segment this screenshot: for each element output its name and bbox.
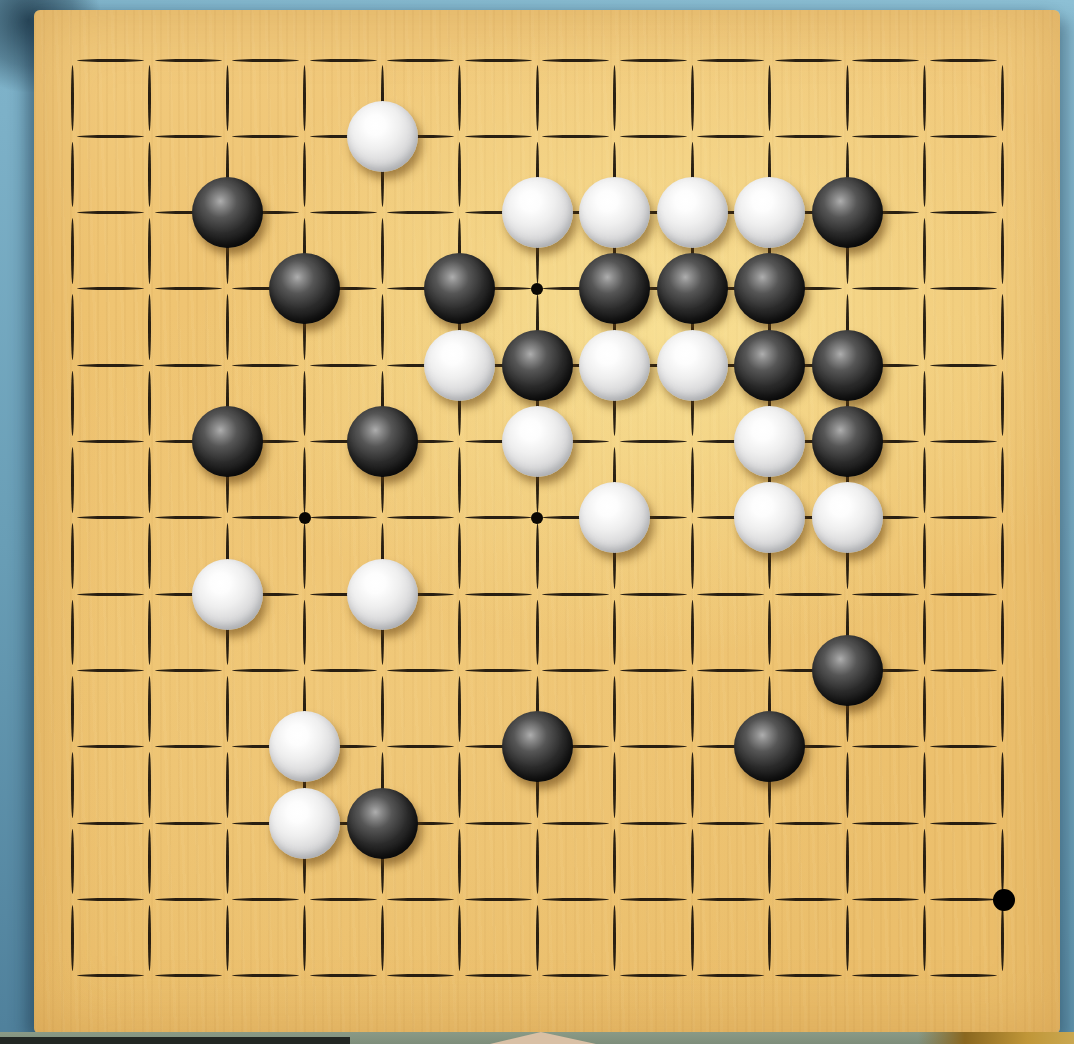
white-stone-glyph: ○ bbox=[734, 482, 805, 553]
grid-line-segment bbox=[381, 294, 384, 360]
grid-line-segment bbox=[768, 65, 771, 131]
grid-line-segment bbox=[310, 974, 377, 977]
grid-line-segment bbox=[148, 294, 151, 360]
grid-line-segment bbox=[232, 516, 299, 519]
grid-line-segment bbox=[381, 905, 384, 971]
grid-line-segment bbox=[542, 669, 609, 672]
black-stone-k10: ● bbox=[734, 253, 805, 324]
grid-line-segment bbox=[155, 135, 222, 138]
grid-line-segment bbox=[846, 65, 849, 131]
grid-line-segment bbox=[1001, 752, 1004, 818]
white-stone-glyph: ○ bbox=[734, 406, 805, 477]
white-stone-d4: ○ bbox=[269, 711, 340, 782]
white-stone-e6: ○ bbox=[347, 559, 418, 630]
grid-line-segment bbox=[310, 211, 377, 214]
black-stone-glyph: ● bbox=[812, 330, 883, 401]
grid-line-segment bbox=[387, 745, 454, 748]
grid-line-segment bbox=[148, 447, 151, 513]
white-stone-glyph: ○ bbox=[579, 330, 650, 401]
grid-line-segment bbox=[620, 669, 687, 672]
grid-line-segment bbox=[458, 905, 461, 971]
white-stone-glyph: ○ bbox=[579, 177, 650, 248]
grid-line-segment bbox=[310, 364, 377, 367]
grid-line-segment bbox=[923, 218, 926, 284]
grid-line-segment bbox=[697, 822, 764, 825]
black-stone-glyph: ● bbox=[347, 406, 418, 477]
grid-line-segment bbox=[77, 135, 144, 138]
white-stone-g8: ○ bbox=[502, 406, 573, 477]
grid-line-segment bbox=[465, 822, 532, 825]
grid-line-segment bbox=[930, 669, 997, 672]
grid-line-segment bbox=[852, 593, 919, 596]
grid-line-segment bbox=[232, 59, 299, 62]
grid-line-segment bbox=[697, 135, 764, 138]
grid-line-segment bbox=[1001, 829, 1004, 895]
grid-line-segment bbox=[768, 905, 771, 971]
grid-line-segment bbox=[775, 59, 842, 62]
grid-line-segment bbox=[303, 65, 306, 131]
black-stone-d10: ● bbox=[269, 253, 340, 324]
grid-line-segment bbox=[77, 898, 144, 901]
grid-line-segment bbox=[226, 65, 229, 131]
grid-line-segment bbox=[613, 676, 616, 742]
grid-line-segment bbox=[852, 287, 919, 290]
grid-line-segment bbox=[923, 905, 926, 971]
grid-line-segment bbox=[620, 59, 687, 62]
grid-line-segment bbox=[536, 829, 539, 895]
grid-line-segment bbox=[613, 752, 616, 818]
grid-line-segment bbox=[930, 898, 997, 901]
black-stone-glyph: ● bbox=[579, 253, 650, 324]
grid-line-segment bbox=[613, 600, 616, 666]
grid-line-segment bbox=[387, 59, 454, 62]
hand-shape bbox=[490, 1032, 596, 1044]
grid-line-segment bbox=[77, 287, 144, 290]
grid-line-segment bbox=[387, 974, 454, 977]
grid-line-segment bbox=[226, 676, 229, 742]
black-stone-f10: ● bbox=[424, 253, 495, 324]
grid-line-segment bbox=[697, 59, 764, 62]
white-stone-h7: ○ bbox=[579, 482, 650, 553]
grid-line-segment bbox=[303, 142, 306, 208]
grid-line-segment bbox=[303, 523, 306, 589]
grid-line-segment bbox=[148, 600, 151, 666]
grid-line-segment bbox=[691, 447, 694, 513]
white-stone-glyph: ○ bbox=[424, 330, 495, 401]
grid-line-segment bbox=[77, 516, 144, 519]
pending-black-stone-n2 bbox=[993, 889, 1015, 911]
grid-line-segment bbox=[923, 65, 926, 131]
grid-line-segment bbox=[71, 65, 74, 131]
black-stone-l11: ● bbox=[812, 177, 883, 248]
black-stone-glyph: ● bbox=[657, 253, 728, 324]
grid-line-segment bbox=[155, 669, 222, 672]
grid-line-segment bbox=[775, 135, 842, 138]
grid-line-segment bbox=[930, 59, 997, 62]
grid-line-segment bbox=[148, 905, 151, 971]
grid-line-segment bbox=[930, 287, 997, 290]
grid-line-segment bbox=[930, 364, 997, 367]
grid-line-segment bbox=[1001, 218, 1004, 284]
white-stone-h9: ○ bbox=[579, 330, 650, 401]
grid-line-segment bbox=[620, 898, 687, 901]
white-stone-e12: ○ bbox=[347, 101, 418, 172]
grid-line-segment bbox=[465, 898, 532, 901]
grid-line-segment bbox=[930, 211, 997, 214]
grid-line-segment bbox=[542, 898, 609, 901]
grid-line-segment bbox=[930, 974, 997, 977]
black-stone-l5: ● bbox=[812, 635, 883, 706]
grid-line-segment bbox=[387, 898, 454, 901]
grid-line-segment bbox=[303, 905, 306, 971]
grid-line-segment bbox=[691, 676, 694, 742]
grid-line-segment bbox=[768, 829, 771, 895]
grid-line-segment bbox=[691, 600, 694, 666]
grid-line-segment bbox=[71, 371, 74, 437]
grid-line-segment bbox=[71, 676, 74, 742]
grid-line-segment bbox=[852, 898, 919, 901]
grid-line-segment bbox=[775, 898, 842, 901]
grid-line-segment bbox=[930, 745, 997, 748]
grid-line-segment bbox=[1001, 676, 1004, 742]
grid-line-segment bbox=[77, 745, 144, 748]
grid-line-segment bbox=[155, 822, 222, 825]
grid-line-segment bbox=[542, 974, 609, 977]
grid-line-segment bbox=[148, 371, 151, 437]
grid-line-segment bbox=[465, 593, 532, 596]
grid-line-segment bbox=[148, 752, 151, 818]
white-stone-glyph: ○ bbox=[657, 177, 728, 248]
grid-line-segment bbox=[923, 447, 926, 513]
grid-line-segment bbox=[155, 974, 222, 977]
grid-line-segment bbox=[155, 898, 222, 901]
white-stone-glyph: ○ bbox=[347, 559, 418, 630]
grid-line-segment bbox=[303, 371, 306, 437]
black-stone-k4: ● bbox=[734, 711, 805, 782]
grid-line-segment bbox=[775, 593, 842, 596]
white-stone-glyph: ○ bbox=[269, 788, 340, 859]
grid-line-segment bbox=[536, 65, 539, 131]
white-stone-c6: ○ bbox=[192, 559, 263, 630]
grid-line-segment bbox=[232, 135, 299, 138]
grid-line-segment bbox=[1001, 600, 1004, 666]
white-stone-d3: ○ bbox=[269, 788, 340, 859]
grid-line-segment bbox=[852, 59, 919, 62]
white-stone-g11: ○ bbox=[502, 177, 573, 248]
star-point-g10 bbox=[531, 283, 543, 295]
grid-line-segment bbox=[232, 974, 299, 977]
black-stone-glyph: ● bbox=[734, 253, 805, 324]
grid-line-segment bbox=[846, 752, 849, 818]
grid-line-segment bbox=[458, 65, 461, 131]
grid-line-segment bbox=[697, 898, 764, 901]
grid-line-segment bbox=[1001, 905, 1004, 971]
grid-line-segment bbox=[852, 135, 919, 138]
grid-line-segment bbox=[148, 65, 151, 131]
grid-line-segment bbox=[226, 294, 229, 360]
white-stone-glyph: ○ bbox=[657, 330, 728, 401]
grid-line-segment bbox=[923, 371, 926, 437]
star-point-d7 bbox=[299, 512, 311, 524]
grid-line-segment bbox=[930, 822, 997, 825]
black-stone-glyph: ● bbox=[192, 177, 263, 248]
white-stone-glyph: ○ bbox=[502, 406, 573, 477]
black-stone-j10: ● bbox=[657, 253, 728, 324]
star-point-g7 bbox=[531, 512, 543, 524]
grid-line-segment bbox=[310, 898, 377, 901]
grid-line-segment bbox=[71, 905, 74, 971]
black-stone-glyph: ● bbox=[812, 177, 883, 248]
white-stone-k8: ○ bbox=[734, 406, 805, 477]
grid-line-segment bbox=[148, 218, 151, 284]
grid-line-segment bbox=[465, 59, 532, 62]
grid-line-segment bbox=[536, 600, 539, 666]
black-stone-glyph: ● bbox=[192, 406, 263, 477]
grid-line-segment bbox=[536, 523, 539, 589]
grid-line-segment bbox=[310, 59, 377, 62]
grid-line-segment bbox=[613, 65, 616, 131]
black-stone-e8: ● bbox=[347, 406, 418, 477]
black-stone-k9: ● bbox=[734, 330, 805, 401]
table-edge bbox=[0, 1032, 1074, 1044]
grid-line-segment bbox=[148, 829, 151, 895]
grid-line-segment bbox=[155, 287, 222, 290]
white-stone-glyph: ○ bbox=[812, 482, 883, 553]
grid-line-segment bbox=[542, 135, 609, 138]
grid-line-segment bbox=[1001, 523, 1004, 589]
grid-line-segment bbox=[1001, 447, 1004, 513]
grid-line-segment bbox=[613, 905, 616, 971]
grid-line-segment bbox=[620, 440, 687, 443]
grid-line-segment bbox=[465, 516, 532, 519]
grid-line-segment bbox=[846, 829, 849, 895]
grid-line-segment bbox=[775, 974, 842, 977]
grid-line-segment bbox=[458, 676, 461, 742]
grid-line-segment bbox=[930, 516, 997, 519]
grid-line-segment bbox=[465, 669, 532, 672]
grid-line-segment bbox=[303, 600, 306, 666]
grid-line-segment bbox=[387, 669, 454, 672]
grid-line-segment bbox=[691, 523, 694, 589]
grid-line-segment bbox=[71, 142, 74, 208]
grid-line-segment bbox=[77, 440, 144, 443]
white-stone-f9: ○ bbox=[424, 330, 495, 401]
black-stone-glyph: ● bbox=[502, 711, 573, 782]
grid-line-segment bbox=[155, 745, 222, 748]
black-stone-l9: ● bbox=[812, 330, 883, 401]
grid-line-segment bbox=[71, 523, 74, 589]
grid-line-segment bbox=[923, 142, 926, 208]
grid-line-segment bbox=[465, 974, 532, 977]
grid-line-segment bbox=[71, 600, 74, 666]
grid-line-segment bbox=[691, 752, 694, 818]
white-stone-h11: ○ bbox=[579, 177, 650, 248]
white-stone-glyph: ○ bbox=[347, 101, 418, 172]
grid-line-segment bbox=[155, 516, 222, 519]
grid-line-segment bbox=[148, 676, 151, 742]
grid-line-segment bbox=[148, 142, 151, 208]
grid-line-segment bbox=[768, 600, 771, 666]
grid-line-segment bbox=[387, 516, 454, 519]
grid-line-segment bbox=[1001, 142, 1004, 208]
grid-line-segment bbox=[697, 974, 764, 977]
grid-line-segment bbox=[303, 447, 306, 513]
black-stone-glyph: ● bbox=[347, 788, 418, 859]
white-stone-glyph: ○ bbox=[192, 559, 263, 630]
black-stone-glyph: ● bbox=[269, 253, 340, 324]
grid-line-segment bbox=[691, 829, 694, 895]
grid-line-segment bbox=[691, 65, 694, 131]
grid-line-segment bbox=[226, 829, 229, 895]
grid-line-segment bbox=[458, 600, 461, 666]
grid-line-segment bbox=[71, 447, 74, 513]
grid-line-segment bbox=[923, 523, 926, 589]
white-stone-glyph: ○ bbox=[502, 177, 573, 248]
black-stone-c11: ● bbox=[192, 177, 263, 248]
grid-line-segment bbox=[155, 364, 222, 367]
grid-line-segment bbox=[226, 752, 229, 818]
grid-line-segment bbox=[77, 669, 144, 672]
white-stone-l7: ○ bbox=[812, 482, 883, 553]
grid-line-segment bbox=[536, 905, 539, 971]
white-stone-glyph: ○ bbox=[734, 177, 805, 248]
black-stone-glyph: ● bbox=[812, 635, 883, 706]
wood-reflection bbox=[918, 1032, 1074, 1044]
white-stone-j9: ○ bbox=[657, 330, 728, 401]
black-stone-glyph: ● bbox=[812, 406, 883, 477]
grid-line-segment bbox=[458, 142, 461, 208]
white-stone-glyph: ○ bbox=[579, 482, 650, 553]
grid-line-segment bbox=[232, 364, 299, 367]
grid-line-segment bbox=[852, 822, 919, 825]
grid-line-segment bbox=[77, 974, 144, 977]
white-stone-glyph: ○ bbox=[269, 711, 340, 782]
grid-line-segment bbox=[71, 829, 74, 895]
black-stone-g4: ● bbox=[502, 711, 573, 782]
grid-line-segment bbox=[232, 669, 299, 672]
grid-line-segment bbox=[846, 905, 849, 971]
grid-line-segment bbox=[852, 745, 919, 748]
grid-line-segment bbox=[458, 752, 461, 818]
grid-line-segment bbox=[381, 218, 384, 284]
grid-line-segment bbox=[77, 59, 144, 62]
grid-line-segment bbox=[458, 829, 461, 895]
grid-line-segment bbox=[71, 294, 74, 360]
grid-line-segment bbox=[542, 822, 609, 825]
grid-line-segment bbox=[77, 364, 144, 367]
grid-line-segment bbox=[620, 593, 687, 596]
grid-line-segment bbox=[155, 59, 222, 62]
black-stone-glyph: ● bbox=[424, 253, 495, 324]
white-stone-j11: ○ bbox=[657, 177, 728, 248]
grid-line-segment bbox=[923, 752, 926, 818]
grid-line-segment bbox=[71, 218, 74, 284]
grid-line-segment bbox=[458, 523, 461, 589]
grid-line-segment bbox=[77, 211, 144, 214]
grid-line-segment bbox=[852, 974, 919, 977]
black-stone-h10: ● bbox=[579, 253, 650, 324]
white-stone-k11: ○ bbox=[734, 177, 805, 248]
grid-line-segment bbox=[620, 974, 687, 977]
grid-line-segment bbox=[1001, 65, 1004, 131]
grid-line-segment bbox=[923, 829, 926, 895]
black-stone-g9: ● bbox=[502, 330, 573, 401]
grid-line-segment bbox=[620, 745, 687, 748]
grid-line-segment bbox=[930, 593, 997, 596]
grid-line-segment bbox=[542, 59, 609, 62]
grid-line-segment bbox=[77, 822, 144, 825]
black-stone-c8: ● bbox=[192, 406, 263, 477]
black-stone-l8: ● bbox=[812, 406, 883, 477]
grid-line-segment bbox=[226, 905, 229, 971]
grid-line-segment bbox=[310, 516, 377, 519]
grid-line-segment bbox=[71, 752, 74, 818]
grid-line-segment bbox=[232, 898, 299, 901]
grid-line-segment bbox=[310, 669, 377, 672]
grid-line-segment bbox=[1001, 371, 1004, 437]
black-stone-glyph: ● bbox=[734, 330, 805, 401]
black-stone-e3: ● bbox=[347, 788, 418, 859]
grid-line-segment bbox=[620, 135, 687, 138]
grid-line-segment bbox=[923, 600, 926, 666]
grid-line-segment bbox=[542, 593, 609, 596]
black-stone-glyph: ● bbox=[734, 711, 805, 782]
go-app-screen: ○●○○○○●●●●●●○●○○●●●●○○●○○○○○●○●●○● bbox=[0, 0, 1074, 1044]
grid-line-segment bbox=[77, 593, 144, 596]
grid-line-segment bbox=[381, 676, 384, 742]
white-stone-k7: ○ bbox=[734, 482, 805, 553]
grid-line-segment bbox=[620, 822, 687, 825]
grid-line-segment bbox=[930, 440, 997, 443]
stone-tray-edge bbox=[0, 1037, 350, 1044]
grid-line-segment bbox=[387, 211, 454, 214]
grid-line-segment bbox=[930, 135, 997, 138]
black-stone-glyph: ● bbox=[502, 330, 573, 401]
grid-line-segment bbox=[697, 669, 764, 672]
grid-line-segment bbox=[923, 676, 926, 742]
grid-line-segment bbox=[923, 294, 926, 360]
grid-line-segment bbox=[1001, 294, 1004, 360]
grid-line-segment bbox=[148, 523, 151, 589]
go-board[interactable]: ○●○○○○●●●●●●○●○○●●●●○○●○○○○○●○●●○● bbox=[34, 10, 1060, 1034]
grid-line-segment bbox=[775, 822, 842, 825]
grid-line-segment bbox=[691, 905, 694, 971]
grid-line-segment bbox=[458, 447, 461, 513]
grid-line-segment bbox=[465, 135, 532, 138]
grid-line-segment bbox=[697, 593, 764, 596]
grid-line-segment bbox=[613, 829, 616, 895]
